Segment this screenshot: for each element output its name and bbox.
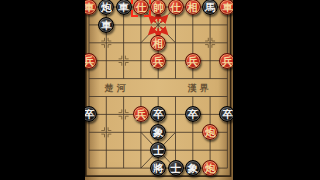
piece-black-advisor[interactable]: 士 [168,160,184,176]
piece-red-soldier[interactable]: 兵 [133,106,149,122]
piece-red-soldier[interactable]: 兵 [185,53,201,69]
piece-red-elephant[interactable]: 相 [150,35,166,51]
piece-black-elephant[interactable]: 象 [150,124,166,140]
piece-red-cannon[interactable]: 炮 [202,160,218,176]
piece-black-soldier[interactable]: 卒 [150,106,166,122]
piece-red-elephant[interactable]: 相 [185,0,201,15]
pieces-layer: 車炮車仕帥仕相馬車車相兵兵兵兵卒兵卒卒卒象炮士將士象炮 [85,0,233,180]
piece-red-soldier[interactable]: 兵 [150,53,166,69]
piece-black-advisor[interactable]: 士 [150,142,166,158]
left-letterbox [0,0,85,180]
piece-black-general[interactable]: 將 [150,160,166,176]
right-letterbox [233,0,320,180]
app-screen: 楚河 漢界 車炮車仕帥仕相馬車車相兵兵兵兵卒兵卒卒卒象炮士將士象炮 [0,0,320,180]
piece-black-chariot[interactable]: 車 [98,17,114,33]
piece-red-advisor[interactable]: 仕 [168,0,184,15]
piece-red-cannon[interactable]: 炮 [202,124,218,140]
piece-red-advisor[interactable]: 仕 [133,0,149,15]
piece-black-cannon[interactable]: 炮 [98,0,114,15]
piece-black-chariot[interactable]: 車 [116,0,132,15]
xiangqi-board[interactable]: 楚河 漢界 車炮車仕帥仕相馬車車相兵兵兵兵卒兵卒卒卒象炮士將士象炮 [85,0,233,180]
piece-black-horse[interactable]: 馬 [202,0,218,15]
piece-red-general[interactable]: 帥 [150,0,166,15]
piece-black-elephant[interactable]: 象 [185,160,201,176]
piece-black-soldier[interactable]: 卒 [185,106,201,122]
